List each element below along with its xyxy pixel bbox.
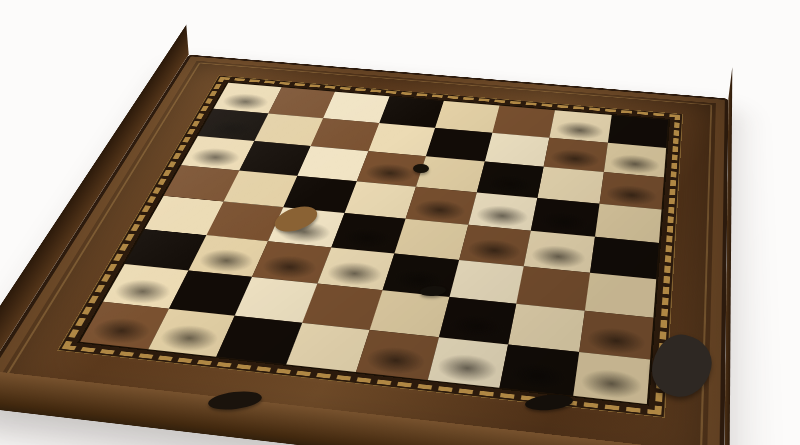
square-h1[interactable]: ♟ [573, 352, 651, 404]
black-rook-a6[interactable]: ♜ [186, 114, 236, 170]
square-f1[interactable]: ♝ [427, 337, 508, 388]
white-bishop-a1[interactable]: ♝ [82, 275, 148, 348]
square-b1[interactable]: ♞ [148, 308, 235, 356]
black-bishop-f1[interactable]: ♝ [430, 311, 498, 387]
photo-backdrop: ♞♞♝♞♝♜♞♝♞♛♝♝♟♝♟♞♟♟♝♟♞♝♞♝♞♟♝♟♟ Overhead p… [0, 0, 800, 445]
square-d3[interactable]: ♝ [317, 247, 395, 290]
square-f4[interactable]: ♟ [459, 225, 531, 266]
frame-right-side-face [724, 67, 732, 445]
square-e1[interactable]: ♟ [356, 330, 438, 380]
black-knight-g4[interactable]: ♞ [523, 197, 590, 272]
black-bishop-d3[interactable]: ♝ [319, 220, 381, 289]
tan-pawn-c3[interactable]: ♟ [262, 230, 309, 282]
white-knight-b1[interactable]: ♞ [147, 275, 219, 355]
square-g1[interactable]: ♟ [499, 344, 578, 396]
black-knight-h6[interactable]: ♞ [599, 138, 662, 208]
white-pawn-h1[interactable]: ♟ [584, 344, 636, 402]
square-g4[interactable]: ♞ [524, 231, 595, 273]
black-pawn-f4[interactable]: ♟ [468, 214, 514, 265]
white-knight-g7[interactable]: ♞ [543, 104, 604, 172]
board-squares: ♞♞♝♞♝♜♞♝♞♛♝♝♟♝♟♞♟♟♝♟♞♝♞♝♞♟♝♟♟ [77, 82, 670, 406]
chess-board: ♞♞♝♞♝♜♞♝♞♛♝♝♟♝♟♞♟♟♝♟♞♝♞♝♞♟♝♟♟ [0, 55, 728, 445]
square-e5[interactable]: ♛ [406, 187, 477, 225]
black-queen-e5[interactable]: ♛ [398, 137, 476, 224]
gold-inlay-border: ♞♞♝♞♝♜♞♝♞♛♝♝♟♝♟♞♟♟♝♟♞♝♞♝♞♟♝♟♟ [57, 75, 683, 417]
square-h6[interactable]: ♞ [599, 172, 664, 209]
tan-pawn-e3[interactable]: ♟ [392, 243, 439, 296]
board-frame: ♞♞♝♞♝♜♞♝♞♛♝♝♟♝♟♞♟♟♝♟♞♝♞♝♞♟♝♟♟ [0, 55, 728, 445]
black-pawn-e1[interactable]: ♟ [367, 321, 418, 378]
black-pawn-g1[interactable]: ♟ [510, 336, 562, 394]
square-h5[interactable] [595, 203, 662, 243]
